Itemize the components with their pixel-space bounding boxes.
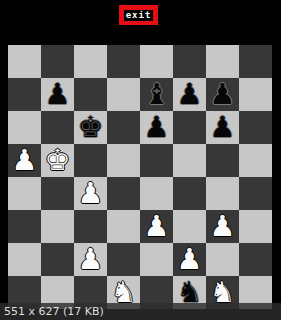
square-d7[interactable] <box>107 78 140 111</box>
square-a4[interactable] <box>8 177 41 210</box>
square-g5[interactable] <box>206 144 239 177</box>
exit-button-label: exit <box>124 10 154 21</box>
white-pawn-a5[interactable]: ♟ <box>8 144 41 177</box>
status-bar: 551 x 627 (17 KB) <box>0 303 281 320</box>
square-a8[interactable] <box>8 45 41 78</box>
square-b2[interactable] <box>41 243 74 276</box>
white-pawn-e3[interactable]: ♟ <box>140 210 173 243</box>
black-pawn-e6[interactable]: ♟ <box>140 111 173 144</box>
black-pawn-b7[interactable]: ♟ <box>41 78 74 111</box>
white-pawn-f2[interactable]: ♟ <box>173 243 206 276</box>
square-f7[interactable]: ♟ <box>173 78 206 111</box>
square-e3[interactable]: ♟ <box>140 210 173 243</box>
image-viewer: exit ♟♝♟♟♚♟♟♟♚♟♟♟♟♟♞♞♞ 551 x 627 (17 KB) <box>0 0 281 320</box>
square-h5[interactable] <box>239 144 272 177</box>
square-a7[interactable] <box>8 78 41 111</box>
square-b6[interactable] <box>41 111 74 144</box>
square-c3[interactable] <box>74 210 107 243</box>
chess-board: ♟♝♟♟♚♟♟♟♚♟♟♟♟♟♞♞♞ <box>8 45 272 309</box>
square-g7[interactable]: ♟ <box>206 78 239 111</box>
square-d2[interactable] <box>107 243 140 276</box>
square-h4[interactable] <box>239 177 272 210</box>
square-e2[interactable] <box>140 243 173 276</box>
square-c8[interactable] <box>74 45 107 78</box>
square-a2[interactable] <box>8 243 41 276</box>
square-g2[interactable] <box>206 243 239 276</box>
black-king-c6[interactable]: ♚ <box>74 111 107 144</box>
square-d5[interactable] <box>107 144 140 177</box>
black-bishop-e7[interactable]: ♝ <box>140 78 173 111</box>
square-h3[interactable] <box>239 210 272 243</box>
square-d8[interactable] <box>107 45 140 78</box>
square-f4[interactable] <box>173 177 206 210</box>
image-dimensions-text: 551 x 627 (17 KB) <box>4 303 104 320</box>
square-b3[interactable] <box>41 210 74 243</box>
square-c6[interactable]: ♚ <box>74 111 107 144</box>
black-pawn-f7[interactable]: ♟ <box>173 78 206 111</box>
square-f2[interactable]: ♟ <box>173 243 206 276</box>
white-pawn-c2[interactable]: ♟ <box>74 243 107 276</box>
square-f5[interactable] <box>173 144 206 177</box>
white-pawn-g3[interactable]: ♟ <box>206 210 239 243</box>
square-a5[interactable]: ♟ <box>8 144 41 177</box>
square-e7[interactable]: ♝ <box>140 78 173 111</box>
square-h2[interactable] <box>239 243 272 276</box>
square-d4[interactable] <box>107 177 140 210</box>
square-a3[interactable] <box>8 210 41 243</box>
square-d3[interactable] <box>107 210 140 243</box>
square-c4[interactable]: ♟ <box>74 177 107 210</box>
square-h6[interactable] <box>239 111 272 144</box>
square-b8[interactable] <box>41 45 74 78</box>
square-g8[interactable] <box>206 45 239 78</box>
black-pawn-g7[interactable]: ♟ <box>206 78 239 111</box>
square-g3[interactable]: ♟ <box>206 210 239 243</box>
square-b7[interactable]: ♟ <box>41 78 74 111</box>
square-g6[interactable]: ♟ <box>206 111 239 144</box>
square-e6[interactable]: ♟ <box>140 111 173 144</box>
square-h8[interactable] <box>239 45 272 78</box>
white-pawn-c4[interactable]: ♟ <box>74 177 107 210</box>
square-c2[interactable]: ♟ <box>74 243 107 276</box>
square-b5[interactable]: ♚ <box>41 144 74 177</box>
square-c7[interactable] <box>74 78 107 111</box>
square-g4[interactable] <box>206 177 239 210</box>
exit-button[interactable]: exit <box>119 5 158 25</box>
square-d6[interactable] <box>107 111 140 144</box>
square-b4[interactable] <box>41 177 74 210</box>
square-e4[interactable] <box>140 177 173 210</box>
black-pawn-g6[interactable]: ♟ <box>206 111 239 144</box>
square-h7[interactable] <box>239 78 272 111</box>
square-c5[interactable] <box>74 144 107 177</box>
square-f6[interactable] <box>173 111 206 144</box>
square-f8[interactable] <box>173 45 206 78</box>
square-e8[interactable] <box>140 45 173 78</box>
white-king-b5[interactable]: ♚ <box>41 144 74 177</box>
square-f3[interactable] <box>173 210 206 243</box>
square-a6[interactable] <box>8 111 41 144</box>
square-e5[interactable] <box>140 144 173 177</box>
